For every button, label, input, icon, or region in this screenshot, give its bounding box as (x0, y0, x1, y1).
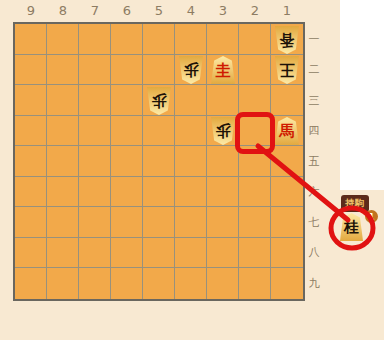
column-label: 3 (207, 3, 239, 19)
row-label: 七 (306, 207, 322, 238)
pieces-in-hand-label: 持駒 (341, 195, 369, 212)
board-cell[interactable] (271, 207, 303, 238)
row-label: 五 (306, 146, 322, 177)
highlight-square-24[interactable] (235, 112, 275, 154)
right-white-panel (340, 0, 384, 190)
shogi-board: 香歩圭王歩歩馬 (13, 22, 305, 301)
board-cell[interactable] (271, 238, 303, 269)
board-cell[interactable] (239, 238, 271, 269)
board-cell[interactable] (79, 24, 111, 55)
board-cell[interactable] (175, 238, 207, 269)
hand-piece-knight[interactable]: 桂 (339, 213, 364, 241)
board-cell[interactable] (15, 116, 47, 147)
board-cell[interactable] (143, 238, 175, 269)
board-cell[interactable] (271, 177, 303, 208)
board-cell[interactable] (111, 85, 143, 116)
board-cell[interactable] (143, 24, 175, 55)
board-cell[interactable] (79, 116, 111, 147)
column-label: 7 (79, 3, 111, 19)
board-cell[interactable] (111, 177, 143, 208)
board-cell[interactable] (15, 238, 47, 269)
board-cell[interactable] (79, 55, 111, 86)
column-label: 4 (175, 3, 207, 19)
board-cell[interactable] (207, 207, 239, 238)
row-label: 六 (306, 177, 322, 208)
row-label: 二 (306, 55, 322, 86)
board-cell[interactable] (239, 55, 271, 86)
board-cell[interactable] (143, 177, 175, 208)
board-cell[interactable] (15, 177, 47, 208)
board-cell[interactable] (207, 146, 239, 177)
board-cell[interactable] (47, 238, 79, 269)
board-cell[interactable] (175, 85, 207, 116)
board-cell[interactable] (15, 24, 47, 55)
board-cell[interactable] (47, 268, 79, 299)
board-cell[interactable] (111, 238, 143, 269)
board-cell[interactable] (15, 268, 47, 299)
board-cell[interactable] (143, 116, 175, 147)
board-cell[interactable] (207, 177, 239, 208)
column-label: 6 (111, 3, 143, 19)
column-label: 1 (271, 3, 303, 19)
board-cell[interactable] (175, 146, 207, 177)
row-label: 一 (306, 24, 322, 55)
board-cell[interactable] (15, 207, 47, 238)
row-labels: 一二三四五六七八九 (306, 24, 322, 299)
board-cell[interactable] (47, 207, 79, 238)
board-cell[interactable] (111, 24, 143, 55)
board-cell[interactable] (207, 238, 239, 269)
board-cell[interactable] (239, 24, 271, 55)
board-cell[interactable] (175, 268, 207, 299)
row-label: 四 (306, 116, 322, 147)
board-cell[interactable] (47, 177, 79, 208)
board-cell[interactable] (111, 55, 143, 86)
board-cell[interactable] (271, 85, 303, 116)
board-cell[interactable] (207, 268, 239, 299)
board-cell[interactable] (111, 207, 143, 238)
board-cell[interactable] (271, 146, 303, 177)
column-labels: 987654321 (15, 3, 303, 19)
column-label: 5 (143, 3, 175, 19)
row-label: 九 (306, 268, 322, 299)
row-label: 三 (306, 85, 322, 116)
board-cell[interactable] (111, 116, 143, 147)
board-cell[interactable] (239, 177, 271, 208)
board-cell[interactable] (79, 177, 111, 208)
board-cell[interactable] (175, 24, 207, 55)
board-grid (15, 24, 303, 299)
board-cell[interactable] (79, 268, 111, 299)
board-cell[interactable] (271, 268, 303, 299)
column-label: 8 (47, 3, 79, 19)
board-cell[interactable] (79, 85, 111, 116)
hand-piece-count-badge: 1 (365, 210, 378, 223)
board-cell[interactable] (79, 146, 111, 177)
row-label: 八 (306, 238, 322, 269)
board-cell[interactable] (143, 268, 175, 299)
board-cell[interactable] (47, 146, 79, 177)
board-cell[interactable] (175, 177, 207, 208)
shogi-diagram: 987654321 一二三四五六七八九 香歩圭王歩歩馬 持駒 桂 1 (0, 0, 384, 340)
board-cell[interactable] (143, 146, 175, 177)
board-cell[interactable] (79, 207, 111, 238)
board-cell[interactable] (47, 55, 79, 86)
board-cell[interactable] (239, 207, 271, 238)
board-cell[interactable] (207, 85, 239, 116)
board-cell[interactable] (47, 116, 79, 147)
board-cell[interactable] (79, 238, 111, 269)
board-cell[interactable] (47, 85, 79, 116)
column-label: 9 (15, 3, 47, 19)
board-cell[interactable] (239, 268, 271, 299)
board-cell[interactable] (15, 55, 47, 86)
column-label: 2 (239, 3, 271, 19)
board-cell[interactable] (111, 268, 143, 299)
board-cell[interactable] (143, 207, 175, 238)
board-cell[interactable] (15, 85, 47, 116)
board-cell[interactable] (143, 55, 175, 86)
board-cell[interactable] (15, 146, 47, 177)
board-cell[interactable] (175, 207, 207, 238)
board-cell[interactable] (111, 146, 143, 177)
board-cell[interactable] (175, 116, 207, 147)
board-cell[interactable] (47, 24, 79, 55)
board-cell[interactable] (207, 24, 239, 55)
